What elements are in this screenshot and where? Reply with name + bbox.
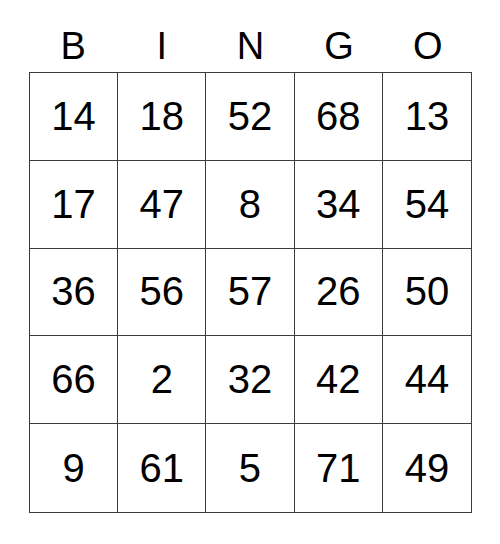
bingo-header: B I N G O [29, 0, 472, 72]
bingo-cell[interactable]: 61 [118, 424, 206, 512]
bingo-cell[interactable]: 5 [206, 424, 294, 512]
header-letter-n: N [206, 27, 295, 72]
bingo-cell[interactable]: 44 [383, 336, 471, 424]
bingo-cell[interactable]: 54 [383, 161, 471, 249]
bingo-cell[interactable]: 9 [30, 424, 118, 512]
bingo-cell[interactable]: 14 [30, 73, 118, 161]
bingo-cell[interactable]: 71 [295, 424, 383, 512]
bingo-cell[interactable]: 66 [30, 336, 118, 424]
bingo-cell[interactable]: 49 [383, 424, 471, 512]
bingo-cell[interactable]: 36 [30, 249, 118, 337]
bingo-cell[interactable]: 52 [206, 73, 294, 161]
bingo-card: B I N G O 14 18 52 68 13 17 47 8 34 54 3… [29, 0, 472, 513]
bingo-cell[interactable]: 8 [206, 161, 294, 249]
header-letter-b: B [29, 27, 118, 72]
header-letter-o: O [383, 27, 472, 72]
bingo-cell[interactable]: 26 [295, 249, 383, 337]
bingo-cell[interactable]: 56 [118, 249, 206, 337]
bingo-grid: 14 18 52 68 13 17 47 8 34 54 36 56 57 26… [29, 72, 472, 513]
bingo-cell[interactable]: 57 [206, 249, 294, 337]
bingo-cell[interactable]: 2 [118, 336, 206, 424]
bingo-cell[interactable]: 18 [118, 73, 206, 161]
bingo-cell[interactable]: 17 [30, 161, 118, 249]
header-letter-g: G [295, 27, 384, 72]
bingo-cell[interactable]: 50 [383, 249, 471, 337]
bingo-cell[interactable]: 34 [295, 161, 383, 249]
bingo-cell[interactable]: 42 [295, 336, 383, 424]
bingo-cell[interactable]: 68 [295, 73, 383, 161]
bingo-cell[interactable]: 32 [206, 336, 294, 424]
bingo-cell[interactable]: 13 [383, 73, 471, 161]
bingo-cell[interactable]: 47 [118, 161, 206, 249]
header-letter-i: I [118, 27, 207, 72]
